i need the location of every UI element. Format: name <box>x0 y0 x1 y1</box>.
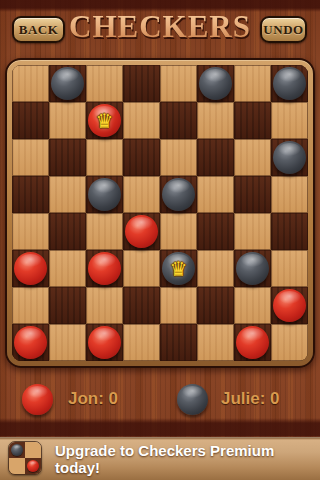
square-r7-c2[interactable] <box>49 287 86 324</box>
square-r2-c3[interactable]: ♛ <box>86 102 123 139</box>
icon-black-checker <box>11 444 23 456</box>
square-r1-c8[interactable] <box>271 65 308 102</box>
undo-button[interactable]: UNDO <box>260 16 307 43</box>
red-man-piece[interactable] <box>273 289 306 322</box>
black-checker-icon <box>177 384 208 415</box>
red-checker-icon <box>22 384 53 415</box>
square-r1-c1[interactable] <box>12 65 49 102</box>
square-r4-c5[interactable] <box>160 176 197 213</box>
square-r5-c1[interactable] <box>12 213 49 250</box>
square-r8-c8[interactable] <box>271 324 308 361</box>
square-r4-c4[interactable] <box>123 176 160 213</box>
icon-tan-square <box>9 458 25 474</box>
red-man-piece[interactable] <box>14 252 47 285</box>
board[interactable]: ♛♛ <box>12 65 308 361</box>
square-r2-c1[interactable] <box>12 102 49 139</box>
square-r2-c8[interactable] <box>271 102 308 139</box>
red-man-piece[interactable] <box>14 326 47 359</box>
square-r3-c6[interactable] <box>197 139 234 176</box>
square-r7-c5[interactable] <box>160 287 197 324</box>
square-r6-c3[interactable] <box>86 250 123 287</box>
black-man-piece[interactable] <box>162 178 195 211</box>
red-player-score: Jon: 0 <box>68 389 118 409</box>
square-r4-c7[interactable] <box>234 176 271 213</box>
square-r6-c6[interactable] <box>197 250 234 287</box>
square-r1-c7[interactable] <box>234 65 271 102</box>
square-r3-c7[interactable] <box>234 139 271 176</box>
square-r8-c7[interactable] <box>234 324 271 361</box>
square-r3-c1[interactable] <box>12 139 49 176</box>
premium-upgrade-banner[interactable]: Upgrade to Checkers Premium today! <box>0 437 320 480</box>
square-r5-c2[interactable] <box>49 213 86 250</box>
square-r5-c6[interactable] <box>197 213 234 250</box>
black-player-score: Julie: 0 <box>221 389 280 409</box>
square-r4-c6[interactable] <box>197 176 234 213</box>
square-r5-c3[interactable] <box>86 213 123 250</box>
icon-tan-square <box>25 442 41 458</box>
square-r2-c7[interactable] <box>234 102 271 139</box>
black-man-piece[interactable] <box>273 67 306 100</box>
square-r3-c8[interactable] <box>271 139 308 176</box>
king-crown-icon: ♛ <box>88 104 121 137</box>
square-r4-c2[interactable] <box>49 176 86 213</box>
square-r3-c3[interactable] <box>86 139 123 176</box>
square-r8-c6[interactable] <box>197 324 234 361</box>
square-r7-c1[interactable] <box>12 287 49 324</box>
square-r6-c7[interactable] <box>234 250 271 287</box>
black-man-piece[interactable] <box>236 252 269 285</box>
square-r2-c4[interactable] <box>123 102 160 139</box>
square-r4-c1[interactable] <box>12 176 49 213</box>
square-r7-c6[interactable] <box>197 287 234 324</box>
square-r8-c4[interactable] <box>123 324 160 361</box>
icon-dark-square <box>25 458 41 474</box>
square-r1-c2[interactable] <box>49 65 86 102</box>
square-r7-c7[interactable] <box>234 287 271 324</box>
black-man-piece[interactable] <box>88 178 121 211</box>
black-man-piece[interactable] <box>273 141 306 174</box>
checkers-app-icon <box>8 441 42 475</box>
back-button[interactable]: BACK <box>12 16 65 43</box>
square-r4-c3[interactable] <box>86 176 123 213</box>
icon-dark-square <box>9 442 25 458</box>
square-r1-c5[interactable] <box>160 65 197 102</box>
square-r5-c5[interactable] <box>160 213 197 250</box>
king-crown-icon: ♛ <box>162 252 195 285</box>
square-r2-c5[interactable] <box>160 102 197 139</box>
red-king-piece[interactable]: ♛ <box>88 104 121 137</box>
red-man-piece[interactable] <box>125 215 158 248</box>
square-r8-c5[interactable] <box>160 324 197 361</box>
square-r6-c5[interactable]: ♛ <box>160 250 197 287</box>
square-r3-c2[interactable] <box>49 139 86 176</box>
board-frame: ♛♛ <box>5 58 315 368</box>
square-r5-c4[interactable] <box>123 213 160 250</box>
red-man-piece[interactable] <box>88 252 121 285</box>
square-r4-c8[interactable] <box>271 176 308 213</box>
square-r6-c8[interactable] <box>271 250 308 287</box>
square-r7-c3[interactable] <box>86 287 123 324</box>
square-r7-c8[interactable] <box>271 287 308 324</box>
square-r3-c4[interactable] <box>123 139 160 176</box>
black-man-piece[interactable] <box>199 67 232 100</box>
square-r1-c3[interactable] <box>86 65 123 102</box>
square-r5-c8[interactable] <box>271 213 308 250</box>
square-r6-c4[interactable] <box>123 250 160 287</box>
square-r6-c1[interactable] <box>12 250 49 287</box>
red-man-piece[interactable] <box>88 326 121 359</box>
square-r8-c1[interactable] <box>12 324 49 361</box>
square-r1-c6[interactable] <box>197 65 234 102</box>
black-man-piece[interactable] <box>51 67 84 100</box>
square-r1-c4[interactable] <box>123 65 160 102</box>
square-r7-c4[interactable] <box>123 287 160 324</box>
banner-text: Upgrade to Checkers Premium today! <box>55 437 320 480</box>
square-r6-c2[interactable] <box>49 250 86 287</box>
icon-red-checker <box>27 460 39 472</box>
square-r2-c6[interactable] <box>197 102 234 139</box>
app-screen: CHECKERS BACK UNDO ♛♛ Jon: 0 Julie: 0 Up… <box>0 0 320 480</box>
square-r8-c3[interactable] <box>86 324 123 361</box>
square-r5-c7[interactable] <box>234 213 271 250</box>
square-r2-c2[interactable] <box>49 102 86 139</box>
black-king-piece[interactable]: ♛ <box>162 252 195 285</box>
square-r8-c2[interactable] <box>49 324 86 361</box>
red-man-piece[interactable] <box>236 326 269 359</box>
square-r3-c5[interactable] <box>160 139 197 176</box>
